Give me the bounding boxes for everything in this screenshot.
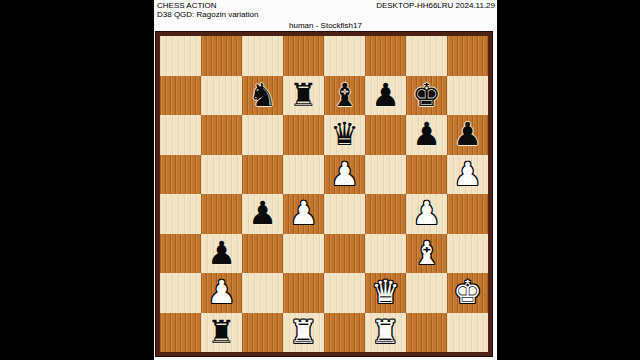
square-h1[interactable] bbox=[447, 313, 488, 353]
piece-wQ-f2[interactable]: ♛ bbox=[371, 273, 400, 313]
piece-wB-g3[interactable]: ♝ bbox=[412, 234, 441, 274]
square-a2[interactable] bbox=[160, 273, 201, 313]
piece-bK-g7[interactable]: ♚ bbox=[412, 76, 441, 116]
square-a5[interactable] bbox=[160, 155, 201, 195]
square-a6[interactable] bbox=[160, 115, 201, 155]
square-b7[interactable] bbox=[201, 76, 242, 116]
square-f4[interactable] bbox=[365, 194, 406, 234]
host-info: DESKTOP-HH66LRU 2024.11.29 bbox=[376, 1, 495, 10]
square-d3[interactable] bbox=[283, 234, 324, 274]
square-a7[interactable] bbox=[160, 76, 201, 116]
square-g5[interactable] bbox=[406, 155, 447, 195]
piece-wP-h5[interactable]: ♟ bbox=[453, 155, 482, 195]
piece-wP-g4[interactable]: ♟ bbox=[412, 194, 441, 234]
square-f1[interactable]: ♜ bbox=[365, 313, 406, 353]
square-c6[interactable] bbox=[242, 115, 283, 155]
square-f5[interactable] bbox=[365, 155, 406, 195]
piece-bN-c7[interactable]: ♞ bbox=[248, 76, 277, 116]
piece-bB-e7[interactable]: ♝ bbox=[330, 76, 359, 116]
square-d7[interactable]: ♜ bbox=[283, 76, 324, 116]
square-h4[interactable] bbox=[447, 194, 488, 234]
square-e3[interactable] bbox=[324, 234, 365, 274]
piece-wR-d1[interactable]: ♜ bbox=[289, 313, 318, 353]
chess-board-frame: ♞♜♝♟♚♛♟♟♟♟♟♟♟♟♝♟♛♚♜♜♜ bbox=[156, 32, 492, 356]
piece-wP-d4[interactable]: ♟ bbox=[289, 194, 318, 234]
square-d5[interactable] bbox=[283, 155, 324, 195]
square-c7[interactable]: ♞ bbox=[242, 76, 283, 116]
piece-bP-b3[interactable]: ♟ bbox=[207, 234, 236, 274]
square-d1[interactable]: ♜ bbox=[283, 313, 324, 353]
square-d2[interactable] bbox=[283, 273, 324, 313]
square-b3[interactable]: ♟ bbox=[201, 234, 242, 274]
square-f6[interactable] bbox=[365, 115, 406, 155]
square-b4[interactable] bbox=[201, 194, 242, 234]
square-f2[interactable]: ♛ bbox=[365, 273, 406, 313]
square-f7[interactable]: ♟ bbox=[365, 76, 406, 116]
app-window: CHESS ACTION DESKTOP-HH66LRU 2024.11.29 … bbox=[154, 0, 497, 360]
square-c2[interactable] bbox=[242, 273, 283, 313]
square-g2[interactable] bbox=[406, 273, 447, 313]
square-g1[interactable] bbox=[406, 313, 447, 353]
square-a4[interactable] bbox=[160, 194, 201, 234]
square-h3[interactable] bbox=[447, 234, 488, 274]
square-e6[interactable]: ♛ bbox=[324, 115, 365, 155]
square-h6[interactable]: ♟ bbox=[447, 115, 488, 155]
app-title: CHESS ACTION bbox=[157, 1, 217, 10]
square-g8[interactable] bbox=[406, 36, 447, 76]
square-f8[interactable] bbox=[365, 36, 406, 76]
square-f3[interactable] bbox=[365, 234, 406, 274]
piece-bP-c4[interactable]: ♟ bbox=[248, 194, 277, 234]
square-d6[interactable] bbox=[283, 115, 324, 155]
piece-wP-b2[interactable]: ♟ bbox=[207, 273, 236, 313]
square-b6[interactable] bbox=[201, 115, 242, 155]
piece-bP-g6[interactable]: ♟ bbox=[412, 115, 441, 155]
piece-wK-h2[interactable]: ♚ bbox=[453, 273, 482, 313]
square-b2[interactable]: ♟ bbox=[201, 273, 242, 313]
square-h5[interactable]: ♟ bbox=[447, 155, 488, 195]
square-c8[interactable] bbox=[242, 36, 283, 76]
square-h7[interactable] bbox=[447, 76, 488, 116]
square-e1[interactable] bbox=[324, 313, 365, 353]
piece-bR-b1[interactable]: ♜ bbox=[207, 313, 236, 353]
players-label: human - Stockfish17 bbox=[154, 21, 497, 30]
piece-bP-f7[interactable]: ♟ bbox=[371, 76, 400, 116]
square-g7[interactable]: ♚ bbox=[406, 76, 447, 116]
square-b8[interactable] bbox=[201, 36, 242, 76]
square-c3[interactable] bbox=[242, 234, 283, 274]
piece-wR-f1[interactable]: ♜ bbox=[371, 313, 400, 353]
square-b5[interactable] bbox=[201, 155, 242, 195]
square-a8[interactable] bbox=[160, 36, 201, 76]
square-h8[interactable] bbox=[447, 36, 488, 76]
square-b1[interactable]: ♜ bbox=[201, 313, 242, 353]
square-a3[interactable] bbox=[160, 234, 201, 274]
opening-name: D38 QGD: Ragozin variation bbox=[157, 10, 258, 19]
square-e7[interactable]: ♝ bbox=[324, 76, 365, 116]
square-g6[interactable]: ♟ bbox=[406, 115, 447, 155]
square-g3[interactable]: ♝ bbox=[406, 234, 447, 274]
piece-wP-e5[interactable]: ♟ bbox=[330, 155, 359, 195]
square-e8[interactable] bbox=[324, 36, 365, 76]
piece-bR-d7[interactable]: ♜ bbox=[289, 76, 318, 116]
square-a1[interactable] bbox=[160, 313, 201, 353]
piece-bQ-e6[interactable]: ♛ bbox=[330, 115, 359, 155]
chess-board: ♞♜♝♟♚♛♟♟♟♟♟♟♟♟♝♟♛♚♜♜♜ bbox=[160, 36, 488, 352]
square-d8[interactable] bbox=[283, 36, 324, 76]
piece-bP-h6[interactable]: ♟ bbox=[453, 115, 482, 155]
square-e5[interactable]: ♟ bbox=[324, 155, 365, 195]
square-g4[interactable]: ♟ bbox=[406, 194, 447, 234]
square-c4[interactable]: ♟ bbox=[242, 194, 283, 234]
square-e2[interactable] bbox=[324, 273, 365, 313]
square-c1[interactable] bbox=[242, 313, 283, 353]
square-h2[interactable]: ♚ bbox=[447, 273, 488, 313]
square-c5[interactable] bbox=[242, 155, 283, 195]
square-d4[interactable]: ♟ bbox=[283, 194, 324, 234]
square-e4[interactable] bbox=[324, 194, 365, 234]
